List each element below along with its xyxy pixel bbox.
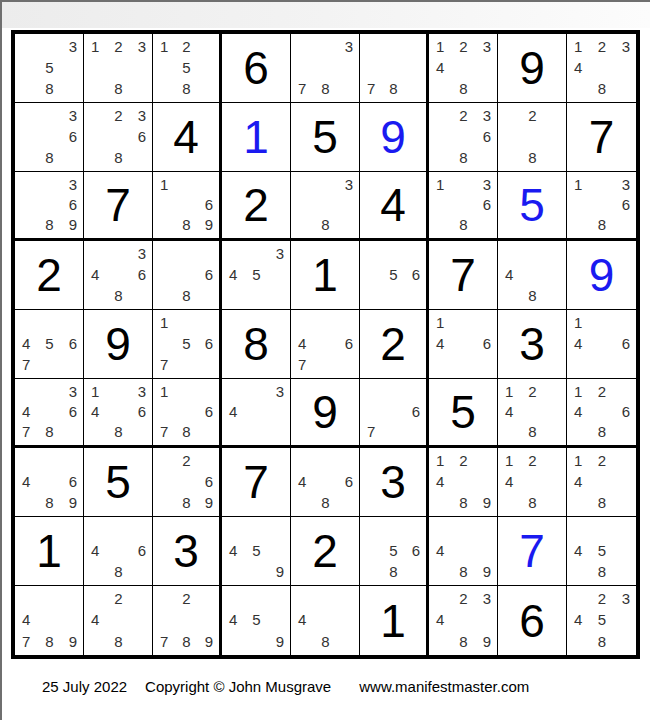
cell-r5c4[interactable]: 8	[222, 310, 291, 379]
pencil-empty	[196, 450, 215, 471]
cell-r1c5[interactable]: 378	[291, 34, 360, 103]
pencil-empty	[473, 354, 493, 375]
pencil-empty	[128, 57, 148, 78]
pencil-mark-4: 4	[227, 609, 247, 630]
pencil-marks: 345	[222, 241, 290, 309]
pencil-empty	[592, 194, 612, 214]
pencil-empty	[20, 126, 40, 147]
cell-r1c9[interactable]: 12348	[567, 34, 636, 103]
pencil-mark-9: 9	[196, 215, 215, 235]
pencil-mark-3: 3	[128, 381, 148, 401]
cell-r4c6[interactable]: 56	[360, 241, 429, 310]
pencil-empty	[434, 354, 454, 375]
cell-r7c1[interactable]: 4689	[15, 448, 84, 517]
pencil-mark-6: 6	[612, 333, 632, 354]
pencil-empty	[316, 174, 336, 194]
cell-r8c5[interactable]: 2	[291, 517, 360, 586]
pencil-empty	[592, 471, 612, 492]
pencil-marks: 12348	[567, 34, 636, 102]
pencil-mark-5: 5	[40, 57, 60, 78]
cell-r8c1[interactable]: 1	[15, 517, 84, 586]
pencil-empty	[572, 354, 592, 375]
pencil-marks: 489	[429, 517, 497, 585]
cell-r6c5[interactable]: 9	[291, 379, 360, 448]
pencil-empty	[316, 312, 336, 333]
pencil-empty	[158, 471, 177, 492]
pencil-mark-8: 8	[316, 631, 336, 652]
pencil-empty	[158, 243, 177, 264]
pencil-empty	[227, 285, 247, 306]
cell-r2c6[interactable]: 9	[360, 103, 429, 172]
pencil-mark-4: 4	[572, 333, 592, 354]
pencil-mark-8: 8	[40, 422, 60, 442]
cell-r8c9[interactable]: 458	[567, 517, 636, 586]
cell-r4c5[interactable]: 1	[291, 241, 360, 310]
cell-r6c4[interactable]: 34	[222, 379, 291, 448]
pencil-mark-8: 8	[454, 147, 474, 168]
pencil-empty	[384, 381, 403, 401]
pencil-mark-9: 9	[473, 492, 493, 513]
cell-r5c9[interactable]: 146	[567, 310, 636, 379]
pencil-mark-8: 8	[523, 147, 543, 168]
pencil-empty	[20, 381, 40, 401]
pencil-empty	[454, 540, 474, 561]
pencil-empty	[384, 36, 403, 57]
cell-value: 1	[380, 598, 406, 644]
pencil-empty	[89, 57, 109, 78]
pencil-empty	[542, 126, 562, 147]
cell-r2c4[interactable]: 1	[222, 103, 291, 172]
cell-r9c1[interactable]: 4789	[15, 586, 84, 655]
pencil-mark-2: 2	[109, 105, 129, 126]
pencil-mark-6: 6	[612, 401, 632, 421]
cell-r2c5[interactable]: 5	[291, 103, 360, 172]
pencil-empty	[40, 588, 60, 609]
cell-r5c2[interactable]: 9	[84, 310, 153, 379]
pencil-empty	[503, 147, 523, 168]
pencil-mark-8: 8	[592, 215, 612, 235]
pencil-empty	[158, 264, 177, 285]
pencil-empty	[612, 519, 632, 540]
pencil-mark-8: 8	[40, 631, 60, 652]
pencil-mark-1: 1	[503, 450, 523, 471]
cell-value: 7	[105, 182, 131, 228]
pencil-mark-3: 3	[128, 36, 148, 57]
pencil-empty	[128, 519, 148, 540]
pencil-empty	[612, 609, 632, 630]
cell-r4c8[interactable]: 48	[498, 241, 567, 310]
cell-r1c4[interactable]: 6	[222, 34, 291, 103]
pencil-mark-6: 6	[473, 126, 493, 147]
cell-r8c8[interactable]: 7	[498, 517, 567, 586]
pencil-mark-4: 4	[20, 401, 40, 421]
cell-value: 9	[105, 321, 131, 367]
pencil-empty	[612, 450, 632, 471]
pencil-mark-4: 4	[572, 609, 592, 630]
pencil-marks: 459	[222, 586, 290, 655]
pencil-empty	[542, 285, 562, 306]
pencil-empty	[316, 588, 336, 609]
pencil-empty	[247, 243, 267, 264]
pencil-mark-4: 4	[503, 401, 523, 421]
pencil-empty	[296, 450, 316, 471]
pencil-mark-7: 7	[296, 78, 316, 99]
pencil-empty	[572, 519, 592, 540]
cell-r2c8[interactable]: 28	[498, 103, 567, 172]
cell-value: 5	[105, 459, 131, 505]
pencil-mark-7: 7	[20, 631, 40, 652]
pencil-empty	[612, 312, 632, 333]
pencil-empty	[365, 401, 384, 421]
pencil-empty	[196, 36, 215, 57]
pencil-mark-6: 6	[335, 333, 355, 354]
pencil-empty	[177, 312, 196, 333]
cell-value: 1	[36, 528, 62, 574]
cell-r5c7[interactable]: 146	[429, 310, 498, 379]
pencil-mark-5: 5	[247, 540, 267, 561]
pencil-marks: 2368	[429, 103, 497, 171]
pencil-empty	[266, 285, 286, 306]
pencil-mark-3: 3	[473, 588, 493, 609]
cell-r7c3[interactable]: 2689	[153, 448, 222, 517]
pencil-empty	[40, 36, 60, 57]
pencil-empty	[384, 519, 403, 540]
pencil-mark-9: 9	[266, 561, 286, 582]
pencil-mark-1: 1	[158, 381, 177, 401]
pencil-empty	[316, 57, 336, 78]
pencil-marks: 146	[429, 310, 497, 378]
pencil-mark-6: 6	[59, 471, 79, 492]
pencil-empty	[403, 519, 422, 540]
pencil-mark-5: 5	[177, 57, 196, 78]
cell-value: 9	[380, 114, 406, 160]
pencil-empty	[196, 422, 215, 442]
cell-r5c3[interactable]: 1567	[153, 310, 222, 379]
pencil-mark-1: 1	[434, 450, 454, 471]
pencil-mark-9: 9	[266, 631, 286, 652]
pencil-mark-8: 8	[316, 492, 336, 513]
cell-r8c3[interactable]: 3	[153, 517, 222, 586]
cell-r4c3[interactable]: 68	[153, 241, 222, 310]
pencil-empty	[158, 194, 177, 214]
pencil-empty	[612, 540, 632, 561]
pencil-mark-6: 6	[128, 126, 148, 147]
cell-r9c9[interactable]: 23458	[567, 586, 636, 655]
pencil-marks: 56	[360, 241, 426, 309]
cell-r3c5[interactable]: 38	[291, 172, 360, 241]
cell-r9c2[interactable]: 248	[84, 586, 153, 655]
cell-r4c2[interactable]: 3468	[84, 241, 153, 310]
footer-date: 25 July 2022	[42, 678, 127, 695]
cell-r4c4[interactable]: 345	[222, 241, 291, 310]
pencil-empty	[296, 492, 316, 513]
pencil-mark-8: 8	[109, 78, 129, 99]
pencil-mark-7: 7	[158, 354, 177, 375]
pencil-mark-2: 2	[454, 588, 474, 609]
pencil-empty	[365, 561, 384, 582]
pencil-mark-8: 8	[177, 492, 196, 513]
pencil-mark-8: 8	[109, 147, 129, 168]
pencil-mark-5: 5	[384, 540, 403, 561]
pencil-empty	[403, 381, 422, 401]
pencil-empty	[196, 609, 215, 630]
pencil-empty	[316, 194, 336, 214]
pencil-empty	[335, 215, 355, 235]
pencil-empty	[177, 243, 196, 264]
cell-r4c9[interactable]: 9	[567, 241, 636, 310]
pencil-mark-7: 7	[158, 422, 177, 442]
cell-r7c7[interactable]: 12489	[429, 448, 498, 517]
pencil-empty	[592, 333, 612, 354]
cell-r5c1[interactable]: 4567	[15, 310, 84, 379]
cell-value: 5	[312, 114, 338, 160]
cell-r6c7[interactable]: 5	[429, 379, 498, 448]
pencil-mark-4: 4	[572, 401, 592, 421]
cell-r3c7[interactable]: 1368	[429, 172, 498, 241]
cell-r7c4[interactable]: 7	[222, 448, 291, 517]
cell-r1c6[interactable]: 78	[360, 34, 429, 103]
pencil-mark-4: 4	[503, 471, 523, 492]
pencil-mark-4: 4	[572, 57, 592, 78]
pencil-marks: 23489	[429, 586, 497, 655]
cell-r1c2[interactable]: 1238	[84, 34, 153, 103]
cell-value: 2	[312, 528, 338, 574]
pencil-empty	[89, 243, 109, 264]
pencil-mark-3: 3	[473, 174, 493, 194]
cell-r8c4[interactable]: 459	[222, 517, 291, 586]
pencil-empty	[454, 194, 474, 214]
pencil-empty	[612, 422, 632, 442]
cell-r9c5[interactable]: 48	[291, 586, 360, 655]
pencil-mark-7: 7	[296, 354, 316, 375]
pencil-marks: 2689	[153, 448, 219, 516]
cell-r6c1[interactable]: 34678	[15, 379, 84, 448]
cell-r8c2[interactable]: 468	[84, 517, 153, 586]
pencil-empty	[434, 519, 454, 540]
cell-r9c4[interactable]: 459	[222, 586, 291, 655]
pencil-empty	[612, 492, 632, 513]
pencil-empty	[227, 631, 247, 652]
cell-r8c7[interactable]: 489	[429, 517, 498, 586]
pencil-mark-1: 1	[572, 450, 592, 471]
pencil-mark-8: 8	[454, 78, 474, 99]
cell-r5c6[interactable]: 2	[360, 310, 429, 379]
cell-r9c3[interactable]: 2789	[153, 586, 222, 655]
cell-r7c8[interactable]: 1248	[498, 448, 567, 517]
cell-r3c3[interactable]: 1689	[153, 172, 222, 241]
pencil-empty	[20, 57, 40, 78]
pencil-mark-2: 2	[109, 36, 129, 57]
pencil-empty	[612, 381, 632, 401]
pencil-mark-8: 8	[454, 631, 474, 652]
pencil-mark-5: 5	[384, 264, 403, 285]
sudoku-grid: 3581238125863787812348912348368236841592…	[11, 30, 640, 659]
cell-r6c6[interactable]: 67	[360, 379, 429, 448]
pencil-mark-4: 4	[572, 540, 592, 561]
pencil-empty	[109, 126, 129, 147]
pencil-mark-1: 1	[158, 36, 177, 57]
pencil-empty	[177, 354, 196, 375]
cell-value: 7	[450, 252, 476, 298]
cell-r4c7[interactable]: 7	[429, 241, 498, 310]
pencil-mark-9: 9	[59, 631, 79, 652]
cell-r1c3[interactable]: 1258	[153, 34, 222, 103]
pencil-empty	[59, 57, 79, 78]
cell-r3c1[interactable]: 3689	[15, 172, 84, 241]
pencil-mark-7: 7	[20, 422, 40, 442]
cell-r2c9[interactable]: 7	[567, 103, 636, 172]
cell-value: 9	[312, 389, 338, 435]
pencil-empty	[542, 243, 562, 264]
cell-r3c2[interactable]: 7	[84, 172, 153, 241]
pencil-empty	[296, 174, 316, 194]
cell-r6c8[interactable]: 1248	[498, 379, 567, 448]
pencil-empty	[196, 588, 215, 609]
pencil-empty	[158, 492, 177, 513]
pencil-empty	[40, 471, 60, 492]
pencil-empty	[473, 540, 493, 561]
cell-r2c2[interactable]: 2368	[84, 103, 153, 172]
pencil-mark-3: 3	[612, 588, 632, 609]
cell-r1c1[interactable]: 358	[15, 34, 84, 103]
cell-r9c7[interactable]: 23489	[429, 586, 498, 655]
pencil-marks: 368	[15, 103, 83, 171]
pencil-mark-4: 4	[434, 609, 454, 630]
pencil-empty	[59, 354, 79, 375]
pencil-mark-9: 9	[59, 492, 79, 513]
pencil-marks: 358	[15, 34, 83, 102]
pencil-empty	[384, 401, 403, 421]
cell-r7c6[interactable]: 3	[360, 448, 429, 517]
pencil-empty	[454, 471, 474, 492]
pencil-empty	[40, 194, 60, 214]
cell-r2c3[interactable]: 4	[153, 103, 222, 172]
pencil-marks: 23458	[567, 586, 636, 655]
pencil-mark-4: 4	[20, 609, 40, 630]
pencil-marks: 4789	[15, 586, 83, 655]
pencil-empty	[403, 422, 422, 442]
pencil-mark-8: 8	[40, 147, 60, 168]
cell-r7c9[interactable]: 1248	[567, 448, 636, 517]
pencil-empty	[316, 471, 336, 492]
pencil-marks: 34678	[15, 379, 83, 445]
pencil-mark-2: 2	[177, 450, 196, 471]
cell-r6c9[interactable]: 12468	[567, 379, 636, 448]
pencil-mark-9: 9	[473, 561, 493, 582]
pencil-empty	[434, 147, 454, 168]
cell-value: 5	[450, 389, 476, 435]
pencil-mark-4: 4	[296, 333, 316, 354]
cell-r2c7[interactable]: 2368	[429, 103, 498, 172]
pencil-empty	[335, 609, 355, 630]
pencil-marks: 1248	[567, 448, 636, 516]
pencil-empty	[109, 57, 129, 78]
pencil-empty	[266, 422, 286, 442]
cell-r6c3[interactable]: 1678	[153, 379, 222, 448]
pencil-mark-6: 6	[196, 401, 215, 421]
pencil-mark-2: 2	[592, 450, 612, 471]
pencil-empty	[592, 354, 612, 375]
pencil-empty	[158, 401, 177, 421]
pencil-mark-4: 4	[89, 540, 109, 561]
cell-r1c7[interactable]: 12348	[429, 34, 498, 103]
pencil-empty	[158, 450, 177, 471]
pencil-mark-8: 8	[40, 492, 60, 513]
pencil-mark-3: 3	[612, 36, 632, 57]
pencil-mark-7: 7	[365, 422, 384, 442]
pencil-empty	[523, 401, 543, 421]
cell-r5c8[interactable]: 3	[498, 310, 567, 379]
pencil-mark-6: 6	[59, 126, 79, 147]
pencil-mark-3: 3	[266, 243, 286, 264]
pencil-empty	[454, 126, 474, 147]
cell-r3c8[interactable]: 5	[498, 172, 567, 241]
pencil-mark-8: 8	[109, 561, 129, 582]
pencil-mark-8: 8	[592, 422, 612, 442]
pencil-empty	[572, 588, 592, 609]
pencil-mark-6: 6	[473, 194, 493, 214]
pencil-empty	[40, 174, 60, 194]
pencil-mark-4: 4	[434, 540, 454, 561]
cell-r2c1[interactable]: 368	[15, 103, 84, 172]
cell-r4c1[interactable]: 2	[15, 241, 84, 310]
pencil-empty	[612, 57, 632, 78]
pencil-empty	[473, 519, 493, 540]
pencil-mark-3: 3	[59, 381, 79, 401]
pencil-empty	[158, 588, 177, 609]
pencil-empty	[296, 588, 316, 609]
pencil-marks: 67	[360, 379, 426, 445]
pencil-empty	[503, 105, 523, 126]
cell-r3c6[interactable]: 4	[360, 172, 429, 241]
cell-value: 8	[243, 321, 269, 367]
pencil-mark-8: 8	[109, 285, 129, 306]
cell-r9c6[interactable]: 1	[360, 586, 429, 655]
pencil-empty	[592, 57, 612, 78]
cell-r3c9[interactable]: 1368	[567, 172, 636, 241]
pencil-empty	[128, 631, 148, 652]
cell-r6c2[interactable]: 13468	[84, 379, 153, 448]
pencil-empty	[296, 57, 316, 78]
pencil-mark-8: 8	[384, 78, 403, 99]
pencil-empty	[335, 194, 355, 214]
pencil-mark-5: 5	[592, 540, 612, 561]
cell-value: 7	[589, 114, 615, 160]
pencil-empty	[434, 126, 454, 147]
pencil-empty	[227, 381, 247, 401]
cell-r7c5[interactable]: 468	[291, 448, 360, 517]
cell-r7c2[interactable]: 5	[84, 448, 153, 517]
cell-r9c8[interactable]: 6	[498, 586, 567, 655]
cell-r5c5[interactable]: 467	[291, 310, 360, 379]
pencil-empty	[177, 194, 196, 214]
pencil-marks: 48	[498, 241, 566, 309]
pencil-empty	[403, 243, 422, 264]
pencil-empty	[473, 450, 493, 471]
cell-r1c8[interactable]: 9	[498, 34, 567, 103]
pencil-marks: 48	[291, 586, 359, 655]
pencil-mark-1: 1	[434, 312, 454, 333]
cell-r8c6[interactable]: 568	[360, 517, 429, 586]
pencil-empty	[542, 147, 562, 168]
pencil-empty	[572, 194, 592, 214]
cell-r3c4[interactable]: 2	[222, 172, 291, 241]
pencil-mark-6: 6	[196, 194, 215, 214]
pencil-empty	[473, 57, 493, 78]
pencil-empty	[266, 401, 286, 421]
pencil-marks: 38	[291, 172, 359, 238]
pencil-empty	[316, 36, 336, 57]
